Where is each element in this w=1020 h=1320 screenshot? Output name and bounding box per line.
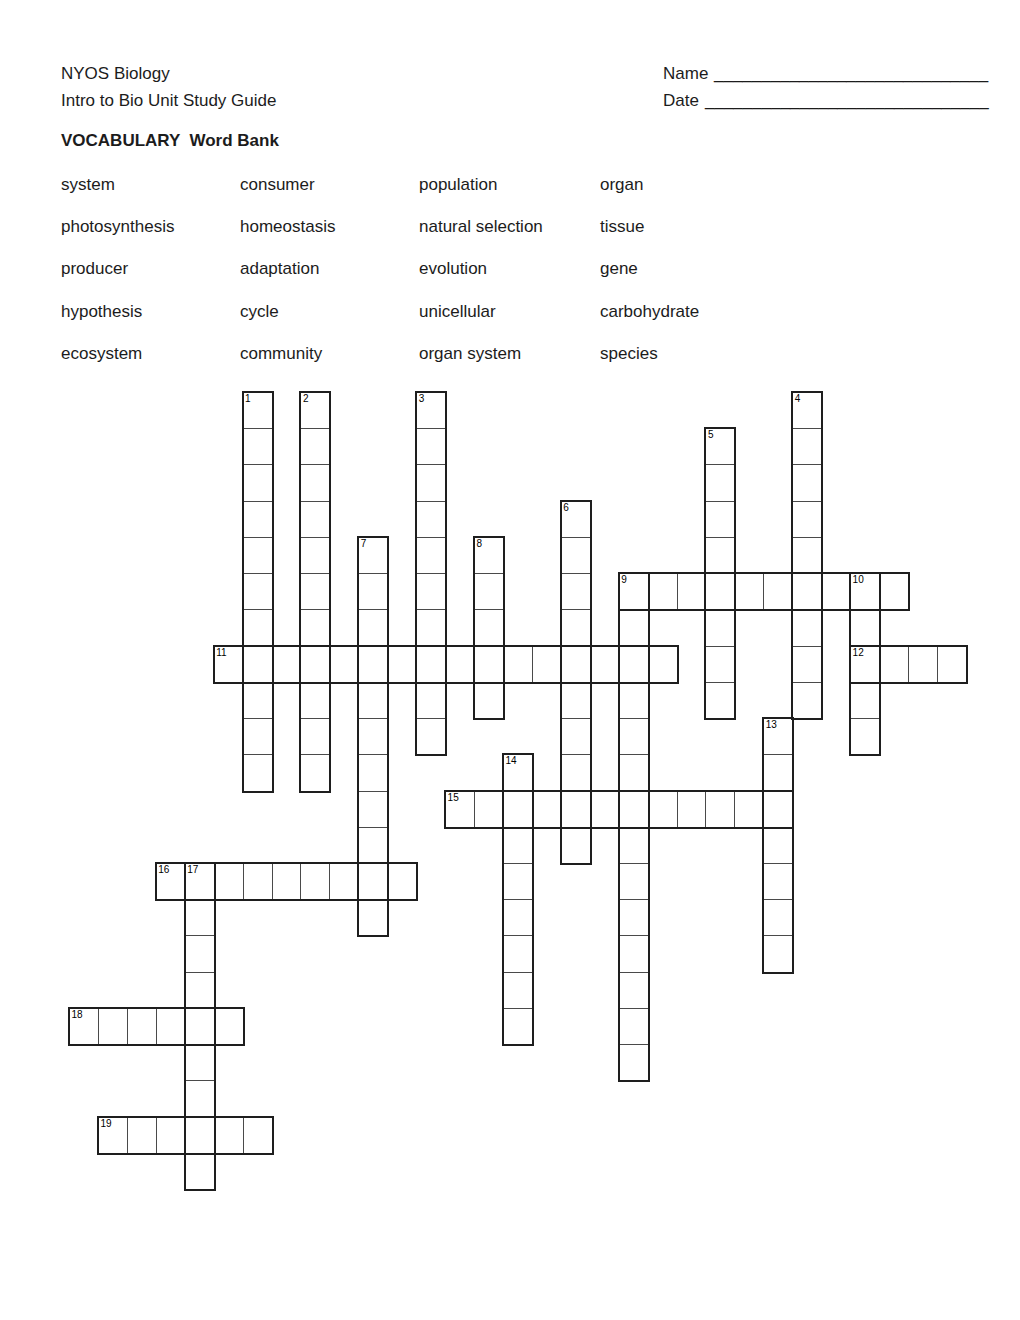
cell-r1-c8[interactable]	[300, 428, 330, 465]
cell-r7-c28[interactable]	[879, 646, 909, 683]
cell-r5-c8[interactable]	[300, 573, 330, 610]
cell-r7-c14[interactable]	[474, 646, 504, 683]
cell-r13-c7[interactable]	[272, 863, 302, 900]
cell-r16-c4[interactable]	[185, 972, 215, 1009]
cell-r11-c16[interactable]	[532, 791, 562, 828]
crossword-grid: 12345678910111213141516171819	[69, 392, 967, 1191]
cell-r4-c6[interactable]	[243, 537, 273, 574]
cell-r11-c24[interactable]	[763, 791, 793, 828]
cell-r7-c25[interactable]	[792, 646, 822, 683]
cell-r13-c11[interactable]	[387, 863, 417, 900]
cell-r6-c25[interactable]	[792, 609, 822, 646]
word-bank-item-homeostasis: homeostasis	[240, 217, 335, 236]
cell-r15-c19[interactable]	[619, 935, 649, 972]
cell-r17-c3[interactable]	[156, 1008, 186, 1045]
cell-r5-c20[interactable]	[648, 573, 678, 610]
cell-r20-c3[interactable]	[156, 1117, 186, 1154]
cell-r15-c15[interactable]	[503, 935, 533, 972]
cell-r8-c27[interactable]	[850, 682, 880, 719]
cell-r12-c17[interactable]	[561, 827, 591, 864]
cell-r6-c12[interactable]	[416, 609, 446, 646]
cell-r7-c8[interactable]	[300, 646, 330, 683]
cell-r13-c19[interactable]	[619, 863, 649, 900]
cell-r9-c8[interactable]	[300, 718, 330, 755]
cell-r17-c19[interactable]	[619, 1008, 649, 1045]
cell-r13-c9[interactable]	[329, 863, 359, 900]
cell-r8-c17[interactable]	[561, 682, 591, 719]
cell-r9-c17[interactable]	[561, 718, 591, 755]
cell-r0-c8[interactable]	[300, 392, 330, 429]
cell-r2-c12[interactable]	[416, 464, 446, 501]
cell-r7-c6[interactable]	[243, 646, 273, 683]
cell-r10-c10[interactable]	[358, 754, 388, 791]
cell-r5-c26[interactable]	[821, 573, 851, 610]
word-bank-item-organ-system: organ system	[419, 344, 521, 363]
cell-r5-c6[interactable]	[243, 573, 273, 610]
cell-r13-c24[interactable]	[763, 863, 793, 900]
cell-r13-c15[interactable]	[503, 863, 533, 900]
cell-r7-c29[interactable]	[908, 646, 938, 683]
cell-r11-c19[interactable]	[619, 791, 649, 828]
cell-r7-c22[interactable]	[705, 646, 735, 683]
cell-r3-c6[interactable]	[243, 501, 273, 538]
word-bank-title: VOCABULARY Word Bank	[61, 131, 279, 150]
cell-r4-c10[interactable]	[358, 537, 388, 574]
cell-r7-c20[interactable]	[648, 646, 678, 683]
cell-r15-c24[interactable]	[763, 935, 793, 972]
worksheet-title: Intro to Bio Unit Study Guide	[61, 91, 276, 110]
cell-r1-c12[interactable]	[416, 428, 446, 465]
cell-r13-c3[interactable]	[156, 863, 186, 900]
cell-r11-c20[interactable]	[648, 791, 678, 828]
word-bank-item-adaptation: adaptation	[240, 259, 319, 278]
cell-r5-c28[interactable]	[879, 573, 909, 610]
cell-r5-c12[interactable]	[416, 573, 446, 610]
cell-r5-c14[interactable]	[474, 573, 504, 610]
cell-r7-c27[interactable]	[850, 646, 880, 683]
cell-r12-c19[interactable]	[619, 827, 649, 864]
cell-r11-c15[interactable]	[503, 791, 533, 828]
cell-r16-c15[interactable]	[503, 972, 533, 1009]
cell-r9-c24[interactable]	[763, 718, 793, 755]
cell-r7-c15[interactable]	[503, 646, 533, 683]
cell-r21-c4[interactable]	[185, 1153, 215, 1190]
cell-r7-c10[interactable]	[358, 646, 388, 683]
cell-r10-c15[interactable]	[503, 754, 533, 791]
cell-r20-c2[interactable]	[127, 1117, 157, 1154]
cell-r7-c18[interactable]	[590, 646, 620, 683]
cell-r11-c23[interactable]	[734, 791, 764, 828]
name-label: Name	[663, 64, 708, 83]
cell-r7-c9[interactable]	[329, 646, 359, 683]
cell-r8-c8[interactable]	[300, 682, 330, 719]
cell-r1-c6[interactable]	[243, 428, 273, 465]
word-bank-item-photosynthesis: photosynthesis	[61, 217, 174, 236]
cell-r11-c17[interactable]	[561, 791, 591, 828]
cell-r16-c19[interactable]	[619, 972, 649, 1009]
cell-r17-c2[interactable]	[127, 1008, 157, 1045]
cell-r8-c6[interactable]	[243, 682, 273, 719]
cell-r6-c22[interactable]	[705, 609, 735, 646]
word-bank-item-unicellular: unicellular	[419, 302, 496, 321]
cell-r20-c1[interactable]	[98, 1117, 128, 1154]
cell-r12-c10[interactable]	[358, 827, 388, 864]
word-bank-item-producer: producer	[61, 259, 128, 278]
cell-r6-c17[interactable]	[561, 609, 591, 646]
cell-r7-c16[interactable]	[532, 646, 562, 683]
cell-r7-c13[interactable]	[445, 646, 475, 683]
date-label: Date	[663, 91, 699, 110]
cell-r20-c4[interactable]	[185, 1117, 215, 1154]
word-bank-item-species: species	[600, 344, 658, 363]
cell-r3-c12[interactable]	[416, 501, 446, 538]
cell-r10-c6[interactable]	[243, 754, 273, 791]
cell-r13-c4[interactable]	[185, 863, 215, 900]
cell-r2-c22[interactable]	[705, 464, 735, 501]
cell-r7-c12[interactable]	[416, 646, 446, 683]
worksheet-page: NYOS Biology Intro to Bio Unit Study Gui…	[0, 0, 1020, 1320]
word-bank-item-evolution: evolution	[419, 259, 487, 278]
cell-r5-c27[interactable]	[850, 573, 880, 610]
cell-r5-c23[interactable]	[734, 573, 764, 610]
cell-r9-c6[interactable]	[243, 718, 273, 755]
cell-r4-c14[interactable]	[474, 537, 504, 574]
word-bank-item-carbohydrate: carbohydrate	[600, 302, 699, 321]
cell-r4-c12[interactable]	[416, 537, 446, 574]
cell-r17-c0[interactable]	[69, 1008, 99, 1045]
cell-r14-c10[interactable]	[358, 899, 388, 936]
word-bank-item-consumer: consumer	[240, 175, 315, 194]
cell-r12-c24[interactable]	[763, 827, 793, 864]
cell-r13-c6[interactable]	[243, 863, 273, 900]
cell-r6-c19[interactable]	[619, 609, 649, 646]
cell-r12-c15[interactable]	[503, 827, 533, 864]
cell-r11-c22[interactable]	[705, 791, 735, 828]
cell-r18-c19[interactable]	[619, 1044, 649, 1081]
cell-r7-c7[interactable]	[272, 646, 302, 683]
cell-r1-c25[interactable]	[792, 428, 822, 465]
cell-r7-c19[interactable]	[619, 646, 649, 683]
cell-r7-c17[interactable]	[561, 646, 591, 683]
cell-r0-c12[interactable]	[416, 392, 446, 429]
cell-r7-c11[interactable]	[387, 646, 417, 683]
cell-r9-c12[interactable]	[416, 718, 446, 755]
word-bank-item-organ: organ	[600, 175, 643, 194]
cell-r6-c10[interactable]	[358, 609, 388, 646]
cell-r18-c4[interactable]	[185, 1044, 215, 1081]
cell-r8-c12[interactable]	[416, 682, 446, 719]
cell-r10-c8[interactable]	[300, 754, 330, 791]
cell-r13-c8[interactable]	[300, 863, 330, 900]
cell-r4-c17[interactable]	[561, 537, 591, 574]
cell-r8-c14[interactable]	[474, 682, 504, 719]
cell-r1-c22[interactable]	[705, 428, 735, 465]
cell-r14-c15[interactable]	[503, 899, 533, 936]
cell-r20-c5[interactable]	[214, 1117, 244, 1154]
cell-r4-c8[interactable]	[300, 537, 330, 574]
cell-r17-c1[interactable]	[98, 1008, 128, 1045]
cell-r4-c25[interactable]	[792, 537, 822, 574]
cell-r14-c24[interactable]	[763, 899, 793, 936]
cell-r8-c25[interactable]	[792, 682, 822, 719]
cell-r8-c22[interactable]	[705, 682, 735, 719]
cell-r11-c21[interactable]	[677, 791, 707, 828]
cell-r4-c22[interactable]	[705, 537, 735, 574]
cell-r10-c17[interactable]	[561, 754, 591, 791]
word-bank-item-cycle: cycle	[240, 302, 279, 321]
cell-r2-c8[interactable]	[300, 464, 330, 501]
word-bank-item-ecosystem: ecosystem	[61, 344, 142, 363]
cell-r14-c19[interactable]	[619, 899, 649, 936]
cell-r5-c21[interactable]	[677, 573, 707, 610]
cell-r13-c5[interactable]	[214, 863, 244, 900]
cell-r5-c22[interactable]	[705, 573, 735, 610]
cell-r8-c10[interactable]	[358, 682, 388, 719]
word-bank-item-gene: gene	[600, 259, 638, 278]
cell-r5-c17[interactable]	[561, 573, 591, 610]
cell-r20-c6[interactable]	[243, 1117, 273, 1154]
cell-r11-c14[interactable]	[474, 791, 504, 828]
cell-r0-c6[interactable]	[243, 392, 273, 429]
cell-r3-c22[interactable]	[705, 501, 735, 538]
cell-r2-c25[interactable]	[792, 464, 822, 501]
cell-r5-c25[interactable]	[792, 573, 822, 610]
cell-r9-c19[interactable]	[619, 718, 649, 755]
cell-r11-c18[interactable]	[590, 791, 620, 828]
cell-r9-c27[interactable]	[850, 718, 880, 755]
cell-r5-c24[interactable]	[763, 573, 793, 610]
word-bank-item-natural-selection: natural selection	[419, 217, 543, 236]
cell-r6-c6[interactable]	[243, 609, 273, 646]
cell-r10-c19[interactable]	[619, 754, 649, 791]
course-name: NYOS Biology	[61, 64, 170, 83]
cell-r5-c10[interactable]	[358, 573, 388, 610]
cell-r3-c25[interactable]	[792, 501, 822, 538]
word-bank-item-population: population	[419, 175, 497, 194]
cell-r0-c25[interactable]	[792, 392, 822, 429]
cell-r6-c27[interactable]	[850, 609, 880, 646]
cell-r9-c10[interactable]	[358, 718, 388, 755]
word-bank-item-tissue: tissue	[600, 217, 644, 236]
cell-r17-c5[interactable]	[214, 1008, 244, 1045]
cell-r11-c13[interactable]	[445, 791, 475, 828]
cell-r6-c14[interactable]	[474, 609, 504, 646]
cell-r14-c4[interactable]	[185, 899, 215, 936]
cell-r17-c4[interactable]	[185, 1008, 215, 1045]
cell-r11-c10[interactable]	[358, 791, 388, 828]
cell-r8-c19[interactable]	[619, 682, 649, 719]
cell-r2-c6[interactable]	[243, 464, 273, 501]
cell-r5-c19[interactable]	[619, 573, 649, 610]
word-bank-item-community: community	[240, 344, 322, 363]
cell-r7-c5[interactable]	[214, 646, 244, 683]
name-blank-line[interactable]: _____________________________	[714, 64, 988, 83]
cell-r17-c15[interactable]	[503, 1008, 533, 1045]
cell-r13-c10[interactable]	[358, 863, 388, 900]
cell-r3-c17[interactable]	[561, 501, 591, 538]
cell-r6-c8[interactable]	[300, 609, 330, 646]
cell-r3-c8[interactable]	[300, 501, 330, 538]
word-bank-item-hypothesis: hypothesis	[61, 302, 142, 321]
cell-r10-c24[interactable]	[763, 754, 793, 791]
cell-r7-c30[interactable]	[937, 646, 967, 683]
cell-r19-c4[interactable]	[185, 1080, 215, 1117]
word-bank-item-system: system	[61, 175, 115, 194]
cell-r15-c4[interactable]	[185, 935, 215, 972]
date-blank-line[interactable]: ______________________________	[705, 91, 989, 110]
